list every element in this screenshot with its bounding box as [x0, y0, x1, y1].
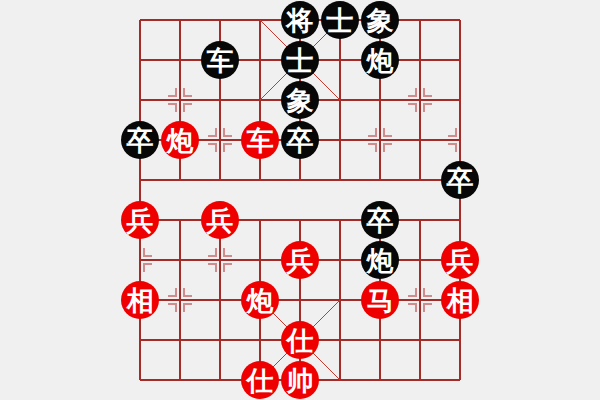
piece-black-cannon-2[interactable]: 炮 — [361, 241, 399, 279]
piece-black-cannon-1[interactable]: 炮 — [361, 41, 399, 79]
piece-red-soldier-1[interactable]: 兵 — [121, 201, 159, 239]
piece-black-general[interactable]: 将 — [281, 1, 319, 39]
piece-red-soldier-3[interactable]: 兵 — [281, 241, 319, 279]
piece-red-soldier-4[interactable]: 兵 — [441, 241, 479, 279]
piece-red-advisor-2[interactable]: 仕 — [241, 361, 279, 399]
piece-black-soldier-3[interactable]: 卒 — [441, 161, 479, 199]
piece-black-elephant-1[interactable]: 象 — [361, 1, 399, 39]
piece-black-elephant-2[interactable]: 象 — [281, 81, 319, 119]
piece-red-horse[interactable]: 马 — [361, 281, 399, 319]
piece-black-soldier-1[interactable]: 卒 — [121, 121, 159, 159]
piece-red-elephant-2[interactable]: 相 — [441, 281, 479, 319]
piece-red-soldier-2[interactable]: 兵 — [201, 201, 239, 239]
xiangqi-diagram: 将士象车士炮象卒卒卒卒炮炮车兵兵兵兵相炮马相仕仕帅 — [0, 0, 600, 400]
pieces-layer: 将士象车士炮象卒卒卒卒炮炮车兵兵兵兵相炮马相仕仕帅 — [120, 0, 480, 400]
piece-red-cannon-2[interactable]: 炮 — [241, 281, 279, 319]
piece-black-soldier-2[interactable]: 卒 — [281, 121, 319, 159]
piece-red-advisor-1[interactable]: 仕 — [281, 321, 319, 359]
piece-black-chariot[interactable]: 车 — [201, 41, 239, 79]
piece-red-cannon-1[interactable]: 炮 — [161, 121, 199, 159]
piece-black-soldier-4[interactable]: 卒 — [361, 201, 399, 239]
piece-black-advisor-1[interactable]: 士 — [321, 1, 359, 39]
piece-red-general[interactable]: 帅 — [281, 361, 319, 399]
piece-black-advisor-2[interactable]: 士 — [281, 41, 319, 79]
piece-red-chariot[interactable]: 车 — [241, 121, 279, 159]
piece-red-elephant-1[interactable]: 相 — [121, 281, 159, 319]
